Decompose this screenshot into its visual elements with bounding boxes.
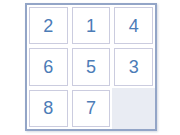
sliding-puzzle-board: 2 1 4 6 5 3 8 7 (25, 3, 157, 131)
tile-4[interactable]: 4 (114, 7, 153, 44)
tile-6[interactable]: 6 (29, 48, 68, 85)
tile-8[interactable]: 8 (29, 90, 68, 127)
tile-2[interactable]: 2 (29, 7, 68, 44)
tile-5[interactable]: 5 (72, 48, 111, 85)
tile-1[interactable]: 1 (72, 7, 111, 44)
tile-3[interactable]: 3 (114, 48, 153, 85)
empty-cell (112, 88, 155, 129)
tile-7[interactable]: 7 (72, 90, 111, 127)
